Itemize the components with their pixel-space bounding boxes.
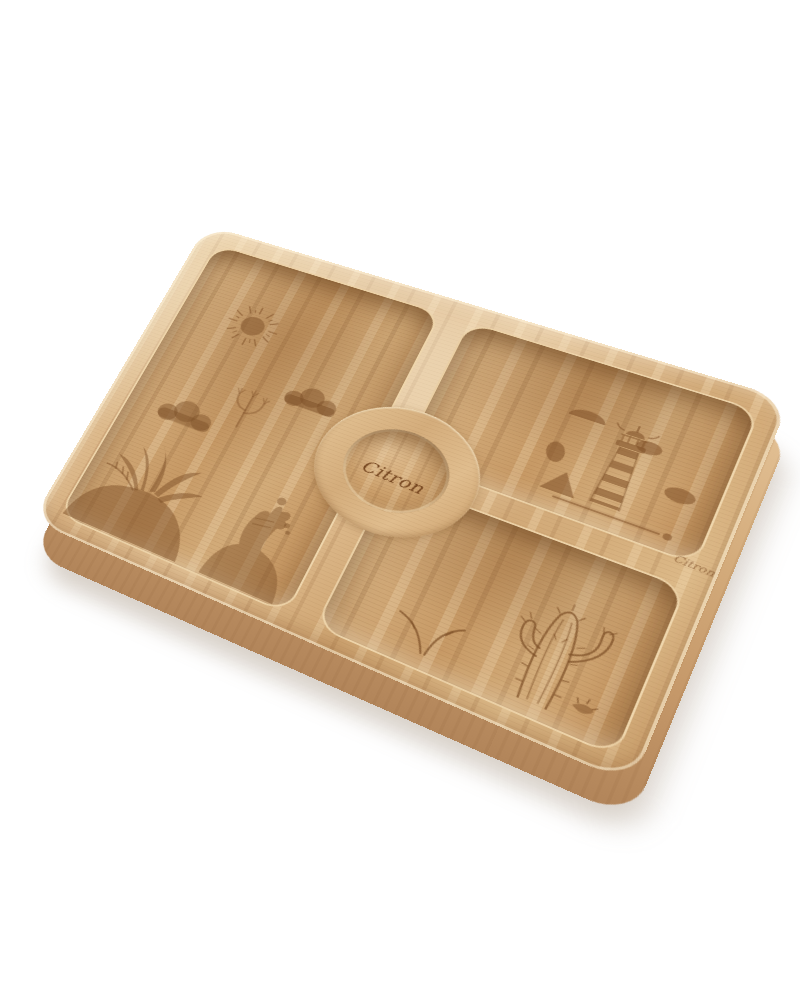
product-photo: Citron Citron: [0, 0, 800, 1000]
citron-logo-engraving: Citron: [358, 456, 428, 498]
citron-rim-logo-engraving: Citron: [671, 552, 717, 579]
sun-engraving: [205, 290, 301, 364]
